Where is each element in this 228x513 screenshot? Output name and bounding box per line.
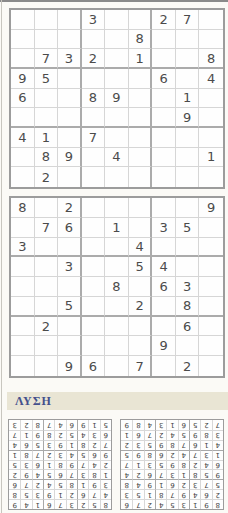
cell-r2c2: 7 <box>88 489 99 499</box>
cell-r4c5: 3 <box>166 469 177 479</box>
cell-r2c8: 5 <box>20 489 31 499</box>
cell-r1c7: 2 <box>144 499 155 509</box>
cell-r3c6: 4 <box>43 479 54 489</box>
cell-r2c9[interactable] <box>199 218 223 238</box>
cell-r2c7: 3 <box>32 489 43 499</box>
cell-r8c5[interactable] <box>105 336 129 356</box>
cell-r3c7: 9 <box>144 479 155 489</box>
cell-r1c2[interactable] <box>35 10 59 30</box>
cell-r4c3[interactable] <box>58 69 82 89</box>
cell-r3c4: 2 <box>178 479 189 489</box>
cell-r2c3: 6 <box>77 489 88 499</box>
cell-r8c6[interactable] <box>129 148 153 168</box>
cell-r4c2: 5 <box>200 469 211 479</box>
cell-r5c6[interactable] <box>129 277 153 297</box>
cell-r4c7[interactable]: 4 <box>152 257 176 277</box>
cell-r5c9: 5 <box>9 460 20 470</box>
cell-r3c2: 7 <box>200 479 211 489</box>
cell-r1c6[interactable] <box>129 198 153 218</box>
cell-r4c7: 6 <box>144 469 155 479</box>
cell-r4c4[interactable] <box>82 257 106 277</box>
cell-r2c6[interactable]: 8 <box>129 30 153 50</box>
cell-r8c1[interactable] <box>11 148 35 168</box>
cell-r1c1: 8 <box>212 499 223 509</box>
cell-r8c6: 2 <box>155 430 166 440</box>
cell-r3c1: 5 <box>212 479 223 489</box>
cell-r8c3: 9 <box>189 430 200 440</box>
cell-r2c2: 6 <box>200 489 211 499</box>
cell-r5c7[interactable]: 6 <box>152 277 176 297</box>
cell-r8c8[interactable] <box>176 336 200 356</box>
cell-r3c2[interactable]: 7 <box>35 49 59 69</box>
cell-r6c9: 5 <box>121 450 132 460</box>
cell-r8c9: 7 <box>9 430 20 440</box>
cell-r1c4: 3 <box>178 499 189 509</box>
cell-r8c3: 4 <box>77 430 88 440</box>
cell-r3c9[interactable]: 8 <box>199 49 223 69</box>
cell-r6c8: 8 <box>20 450 31 460</box>
cell-r4c1: 9 <box>212 469 223 479</box>
cell-r8c1[interactable] <box>11 336 35 356</box>
cell-r5c2[interactable] <box>35 277 59 297</box>
cell-r9c1[interactable] <box>11 167 35 187</box>
cell-r2c5[interactable]: 1 <box>105 218 129 238</box>
cell-r2c3[interactable] <box>58 30 82 50</box>
cell-r1c7[interactable]: 2 <box>152 10 176 30</box>
cell-r9c3: 5 <box>189 420 200 430</box>
sudoku-grid-puzzle-1: 32787321895646891941789412 <box>9 8 225 189</box>
cell-r4c5: 6 <box>54 469 65 479</box>
cell-r4c3: 3 <box>77 469 88 479</box>
cell-r7c1[interactable] <box>11 317 35 337</box>
cell-r7c9: 2 <box>121 440 132 450</box>
cell-r8c9[interactable]: 1 <box>199 148 223 168</box>
cell-r7c8: 3 <box>132 440 143 450</box>
cell-r9c4: 6 <box>178 420 189 430</box>
cell-r4c3: 8 <box>189 469 200 479</box>
cell-r1c2[interactable] <box>35 198 59 218</box>
cell-r9c2[interactable] <box>35 356 59 376</box>
cell-r6c8[interactable]: 9 <box>176 108 200 128</box>
cell-r5c9[interactable] <box>199 277 223 297</box>
cell-r1c8: 7 <box>132 499 143 509</box>
cell-r4c2: 8 <box>88 469 99 479</box>
cell-r5c8[interactable]: 3 <box>176 277 200 297</box>
cell-r7c7[interactable] <box>152 317 176 337</box>
cell-r8c7[interactable] <box>152 148 176 168</box>
cell-r2c1: 2 <box>212 489 223 499</box>
cell-r1c5[interactable] <box>105 198 129 218</box>
cell-r7c6: 9 <box>155 440 166 450</box>
cell-r6c7[interactable] <box>152 108 176 128</box>
cell-r1c2: 5 <box>88 499 99 509</box>
cell-r6c1: 1 <box>212 450 223 460</box>
cell-r9c7[interactable] <box>152 356 176 376</box>
cell-r7c9[interactable] <box>199 317 223 337</box>
cell-r4c9[interactable]: 4 <box>199 69 223 89</box>
cell-r8c4[interactable] <box>82 336 106 356</box>
cell-r5c2[interactable] <box>35 89 59 109</box>
cell-r5c7: 6 <box>32 460 43 470</box>
sudoku-grid-solution-of-puzzle-2: 8523761494762193583918542761837654922479… <box>8 419 112 510</box>
cell-r2c2[interactable]: 7 <box>35 218 59 238</box>
cell-r7c3: 6 <box>189 440 200 450</box>
cell-r2c1[interactable] <box>11 30 35 50</box>
cell-r5c6[interactable] <box>129 89 153 109</box>
cell-r6c6: 2 <box>43 450 54 460</box>
cell-r3c3: 1 <box>77 479 88 489</box>
cell-r2c3[interactable]: 6 <box>58 218 82 238</box>
cell-r3c4[interactable] <box>82 238 106 258</box>
cell-r5c3[interactable] <box>58 277 82 297</box>
cell-r2c1[interactable] <box>11 218 35 238</box>
cell-r6c2: 6 <box>88 450 99 460</box>
cell-r5c8: 3 <box>20 460 31 470</box>
cell-r6c9: 1 <box>9 450 20 460</box>
cell-r8c6: 8 <box>43 430 54 440</box>
cell-r1c8[interactable] <box>176 198 200 218</box>
cell-r9c8: 2 <box>20 420 31 430</box>
cell-r3c4: 8 <box>66 479 77 489</box>
cell-r7c3[interactable] <box>58 128 82 148</box>
cell-r3c1[interactable]: 3 <box>11 238 35 258</box>
cell-r9c2: 2 <box>200 420 211 430</box>
solution-heading-band: ΛΥΣΗ <box>7 392 228 410</box>
cell-r3c3: 3 <box>189 479 200 489</box>
cell-r8c6[interactable] <box>129 336 153 356</box>
cell-r5c4[interactable] <box>82 277 106 297</box>
cell-r9c9[interactable] <box>199 356 223 376</box>
cell-r9c7: 8 <box>32 420 43 430</box>
cell-r5c9[interactable] <box>199 89 223 109</box>
cell-r6c5[interactable] <box>105 297 129 317</box>
cell-r1c4[interactable]: 3 <box>82 10 106 30</box>
cell-r3c7[interactable] <box>152 238 176 258</box>
cell-r3c7: 2 <box>32 479 43 489</box>
cell-r1c9[interactable] <box>199 10 223 30</box>
cell-r3c6[interactable]: 4 <box>129 238 153 258</box>
cell-r8c2: 8 <box>200 430 211 440</box>
cell-r2c7[interactable]: 3 <box>152 218 176 238</box>
cell-r3c3[interactable]: 3 <box>58 49 82 69</box>
cell-r6c7: 7 <box>32 450 43 460</box>
cell-r2c7: 1 <box>144 489 155 499</box>
cell-r4c5[interactable] <box>105 257 129 277</box>
cell-r2c8: 5 <box>132 489 143 499</box>
cell-r2c4[interactable] <box>82 218 106 238</box>
solution-heading: ΛΥΣΗ <box>7 394 52 409</box>
cell-r8c7[interactable]: 9 <box>152 336 176 356</box>
cell-r9c4[interactable] <box>82 167 106 187</box>
cell-r8c1: 6 <box>100 430 111 440</box>
cell-r1c6[interactable] <box>129 10 153 30</box>
cell-r3c4[interactable]: 2 <box>82 49 106 69</box>
cell-r6c5[interactable] <box>105 108 129 128</box>
cell-r2c4[interactable] <box>82 30 106 50</box>
cell-r4c4: 1 <box>178 469 189 479</box>
cell-r4c7[interactable]: 6 <box>152 69 176 89</box>
cell-r5c2: 4 <box>200 460 211 470</box>
cell-r7c6: 3 <box>43 440 54 450</box>
cell-r1c9: 9 <box>9 499 20 509</box>
cell-r7c4[interactable] <box>82 317 106 337</box>
cell-r7c4[interactable]: 7 <box>82 128 106 148</box>
cell-r6c3: 7 <box>189 450 200 460</box>
cell-r1c3[interactable] <box>58 10 82 30</box>
cell-r6c2[interactable] <box>35 108 59 128</box>
cell-r2c6[interactable] <box>129 218 153 238</box>
cell-r1c1[interactable] <box>11 10 35 30</box>
cell-r8c9[interactable] <box>199 336 223 356</box>
cell-r3c8: 4 <box>132 479 143 489</box>
cell-r3c9: 6 <box>9 479 20 489</box>
cell-r4c8[interactable] <box>176 69 200 89</box>
cell-r7c1[interactable]: 4 <box>11 128 35 148</box>
cell-r9c3[interactable]: 9 <box>58 356 82 376</box>
cell-r6c6: 6 <box>155 450 166 460</box>
cell-r9c2[interactable]: 2 <box>35 167 59 187</box>
cell-r1c5: 5 <box>166 499 177 509</box>
cell-r8c5: 4 <box>166 430 177 440</box>
cell-r3c1[interactable] <box>11 49 35 69</box>
cell-r5c1: 2 <box>100 460 111 470</box>
cell-r8c8: 1 <box>20 430 31 440</box>
cell-r7c8[interactable]: 6 <box>176 317 200 337</box>
cell-r6c5: 2 <box>166 450 177 460</box>
cell-r6c3[interactable]: 5 <box>58 297 82 317</box>
cell-r9c6: 7 <box>43 420 54 430</box>
cell-r6c7: 8 <box>144 450 155 460</box>
cell-r6c9[interactable] <box>199 108 223 128</box>
cell-r1c3[interactable]: 2 <box>58 198 82 218</box>
cell-r2c5[interactable] <box>105 30 129 50</box>
cell-r8c1: 3 <box>212 430 223 440</box>
cell-r6c9[interactable] <box>199 297 223 317</box>
cell-r7c7: 5 <box>144 440 155 450</box>
cell-r2c5: 1 <box>54 489 65 499</box>
cell-r8c3[interactable]: 9 <box>58 148 82 168</box>
cell-r9c9[interactable] <box>199 167 223 187</box>
cell-r1c7[interactable] <box>152 198 176 218</box>
cell-r7c7[interactable] <box>152 128 176 148</box>
cell-r6c1: 9 <box>100 450 111 460</box>
cell-r2c7[interactable] <box>152 30 176 50</box>
cell-r3c3[interactable] <box>58 238 82 258</box>
cell-r2c9[interactable] <box>199 30 223 50</box>
cell-r2c9: 8 <box>9 489 20 499</box>
cell-r1c1[interactable]: 8 <box>11 198 35 218</box>
cell-r4c6: 5 <box>43 469 54 479</box>
cell-r3c5: 6 <box>166 479 177 489</box>
cell-r9c3[interactable] <box>58 167 82 187</box>
cell-r7c9[interactable] <box>199 128 223 148</box>
cell-r9c1: 5 <box>100 420 111 430</box>
cell-r5c7: 3 <box>144 460 155 470</box>
cell-r2c6: 9 <box>43 489 54 499</box>
cell-r9c5[interactable] <box>105 356 129 376</box>
cell-r3c8[interactable] <box>176 238 200 258</box>
cell-r8c8: 6 <box>132 430 143 440</box>
cell-r4c6[interactable] <box>129 69 153 89</box>
cell-r2c8[interactable]: 5 <box>176 218 200 238</box>
cell-r9c2: 1 <box>88 420 99 430</box>
cell-r4c9: 4 <box>121 469 132 479</box>
cell-r1c3: 2 <box>77 499 88 509</box>
cell-r7c5[interactable] <box>105 317 129 337</box>
cell-r5c5[interactable]: 9 <box>105 89 129 109</box>
cell-r5c9: 7 <box>121 460 132 470</box>
cell-r7c2[interactable]: 2 <box>35 317 59 337</box>
cell-r6c1[interactable] <box>11 108 35 128</box>
cell-r4c9: 2 <box>9 469 20 479</box>
cell-r1c9[interactable]: 9 <box>199 198 223 218</box>
cell-r3c2[interactable] <box>35 238 59 258</box>
cell-r5c6: 5 <box>155 460 166 470</box>
cell-r4c4: 7 <box>66 469 77 479</box>
cell-r6c3: 5 <box>77 450 88 460</box>
cell-r7c5[interactable] <box>105 128 129 148</box>
cell-r8c2[interactable] <box>35 336 59 356</box>
cell-r6c2: 3 <box>200 450 211 460</box>
cell-r7c6[interactable] <box>129 317 153 337</box>
cell-r4c2[interactable]: 5 <box>35 69 59 89</box>
cell-r9c8[interactable]: 2 <box>176 356 200 376</box>
cell-r1c6: 6 <box>43 499 54 509</box>
cell-r9c7[interactable] <box>152 167 176 187</box>
sudoku-grid-puzzle-2: 82976135343548635282699672 <box>9 196 225 378</box>
cell-r4c8[interactable] <box>176 257 200 277</box>
cell-r6c4: 4 <box>66 450 77 460</box>
page-left-rule <box>1 0 2 513</box>
cell-r2c4: 2 <box>66 489 77 499</box>
cell-r4c1: 1 <box>100 469 111 479</box>
cell-r9c9: 3 <box>9 420 20 430</box>
cell-r7c5: 8 <box>166 440 177 450</box>
cell-r8c4: 5 <box>178 430 189 440</box>
page-top-rule <box>0 0 228 2</box>
cell-r3c2: 9 <box>88 479 99 489</box>
cell-r5c1[interactable] <box>11 277 35 297</box>
cell-r3c7[interactable] <box>152 49 176 69</box>
cell-r7c4: 1 <box>66 440 77 450</box>
cell-r4c4[interactable] <box>82 69 106 89</box>
cell-r2c2[interactable] <box>35 30 59 50</box>
cell-r7c3[interactable] <box>58 317 82 337</box>
cell-r6c8[interactable]: 8 <box>176 297 200 317</box>
cell-r4c2[interactable] <box>35 257 59 277</box>
cell-r6c2[interactable] <box>35 297 59 317</box>
cell-r9c8: 8 <box>132 420 143 430</box>
cell-r6c7[interactable] <box>152 297 176 317</box>
cell-r8c8[interactable] <box>176 148 200 168</box>
cell-r6c8: 9 <box>132 450 143 460</box>
cell-r6c6[interactable]: 2 <box>129 297 153 317</box>
cell-r1c5: 7 <box>54 499 65 509</box>
cell-r2c1: 4 <box>100 489 111 499</box>
cell-r9c8[interactable] <box>176 167 200 187</box>
cell-r3c8[interactable] <box>176 49 200 69</box>
cell-r8c2[interactable]: 8 <box>35 148 59 168</box>
cell-r3c9[interactable] <box>199 238 223 258</box>
cell-r6c4[interactable] <box>82 108 106 128</box>
cell-r4c8: 2 <box>132 469 143 479</box>
cell-r6c4[interactable] <box>82 297 106 317</box>
cell-r5c4: 9 <box>66 460 77 470</box>
cell-r1c8[interactable]: 7 <box>176 10 200 30</box>
cell-r3c5[interactable] <box>105 49 129 69</box>
cell-r5c5[interactable]: 8 <box>105 277 129 297</box>
cell-r6c6[interactable] <box>129 108 153 128</box>
cell-r8c5: 2 <box>54 430 65 440</box>
cell-r4c6[interactable]: 5 <box>129 257 153 277</box>
sudoku-grid-solution-of-puzzle-1: 8913542762649781535732619489581376246428… <box>120 419 224 510</box>
cell-r6c1[interactable] <box>11 297 35 317</box>
cell-r1c6: 4 <box>155 499 166 509</box>
cell-r4c5[interactable] <box>105 69 129 89</box>
cell-r4c8: 9 <box>20 469 31 479</box>
cell-r4c6: 7 <box>155 469 166 479</box>
cell-r9c6[interactable]: 7 <box>129 356 153 376</box>
puzzle-page: { "game": "sudoku", "page": { "solution_… <box>0 0 228 513</box>
cell-r8c3[interactable] <box>58 336 82 356</box>
cell-r5c5: 8 <box>54 460 65 470</box>
cell-r7c8[interactable] <box>176 128 200 148</box>
cell-r7c3: 8 <box>77 440 88 450</box>
cell-r5c4[interactable]: 8 <box>82 89 106 109</box>
cell-r5c7[interactable] <box>152 89 176 109</box>
cell-r7c9: 4 <box>9 440 20 450</box>
cell-r5c3[interactable] <box>58 89 82 109</box>
cell-r2c8[interactable] <box>176 30 200 50</box>
cell-r1c5[interactable] <box>105 10 129 30</box>
cell-r2c4: 9 <box>178 489 189 499</box>
cell-r8c9: 1 <box>121 430 132 440</box>
cell-r5c4: 8 <box>178 460 189 470</box>
cell-r6c3[interactable] <box>58 108 82 128</box>
cell-r7c1: 7 <box>100 440 111 450</box>
cell-r4c9[interactable] <box>199 257 223 277</box>
cell-r9c4[interactable]: 6 <box>82 356 106 376</box>
cell-r2c9: 3 <box>121 489 132 499</box>
cell-r3c6: 1 <box>155 479 166 489</box>
cell-r5c8[interactable]: 1 <box>176 89 200 109</box>
cell-r1c2: 9 <box>200 499 211 509</box>
cell-r3c6[interactable]: 1 <box>129 49 153 69</box>
cell-r7c6[interactable] <box>129 128 153 148</box>
cell-r3c5[interactable] <box>105 238 129 258</box>
cell-r8c2: 3 <box>88 430 99 440</box>
cell-r8c4[interactable] <box>82 148 106 168</box>
cell-r1c4[interactable] <box>82 198 106 218</box>
cell-r4c1[interactable]: 9 <box>11 69 35 89</box>
cell-r6c4: 4 <box>178 450 189 460</box>
cell-r9c1[interactable] <box>11 356 35 376</box>
cell-r5c1[interactable]: 6 <box>11 89 35 109</box>
cell-r7c8: 6 <box>20 440 31 450</box>
cell-r6c5: 3 <box>54 450 65 460</box>
cell-r4c7: 4 <box>32 469 43 479</box>
cell-r4c1[interactable] <box>11 257 35 277</box>
cell-r5c5: 9 <box>166 460 177 470</box>
cell-r9c5[interactable] <box>105 167 129 187</box>
cell-r8c5[interactable]: 4 <box>105 148 129 168</box>
cell-r7c2[interactable]: 1 <box>35 128 59 148</box>
cell-r9c6[interactable] <box>129 167 153 187</box>
cell-r1c9: 6 <box>121 499 132 509</box>
cell-r9c4: 6 <box>66 420 77 430</box>
cell-r8c7: 9 <box>32 430 43 440</box>
cell-r4c3[interactable]: 3 <box>58 257 82 277</box>
